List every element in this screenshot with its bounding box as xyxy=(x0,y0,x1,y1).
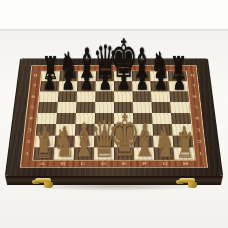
piece-black-pawn-f7: ♟ xyxy=(135,68,149,93)
square-a5 xyxy=(38,102,58,113)
square-g7: ♟ xyxy=(150,81,169,91)
square-b5 xyxy=(57,102,77,113)
piece-black-pawn-a7: ♟ xyxy=(42,68,56,93)
coord-rank-1: 1 xyxy=(22,148,33,160)
square-b7: ♟ xyxy=(59,81,78,91)
coord-rank-8: 8 xyxy=(31,71,41,81)
clasp-hook-icon xyxy=(188,182,197,188)
coord-rank-6: 6 xyxy=(190,91,200,102)
square-h5 xyxy=(170,102,190,113)
coord-rank-4: 4 xyxy=(192,113,202,124)
square-a1: ♜ xyxy=(33,148,54,160)
piece-white-king-e1: ♚ xyxy=(109,107,140,165)
chess-set-product-photo: ABCDEFGH ABCDEFGH 87654321 87654321 ♜♞♝♛… xyxy=(0,0,228,228)
coord-rank-8: 8 xyxy=(188,71,198,81)
piece-black-pawn-e7: ♟ xyxy=(116,68,130,93)
piece-white-rook-h1: ♜ xyxy=(175,128,194,163)
chess-board: ABCDEFGH ABCDEFGH 87654321 87654321 ♜♞♝♛… xyxy=(6,59,222,176)
coord-rank-2: 2 xyxy=(23,136,34,148)
square-g5 xyxy=(151,102,171,113)
brass-clasp-left xyxy=(32,177,54,189)
coord-rank-6: 6 xyxy=(28,91,38,102)
coord-rank-3: 3 xyxy=(24,124,34,136)
square-h1: ♜ xyxy=(174,148,195,160)
piece-black-pawn-d7: ♟ xyxy=(98,68,112,93)
coord-rank-4: 4 xyxy=(26,113,36,124)
clasp-hook-icon xyxy=(44,182,53,188)
square-d7: ♟ xyxy=(96,81,114,91)
square-e7: ♟ xyxy=(114,81,132,91)
square-c7: ♟ xyxy=(77,81,96,91)
piece-white-rook-a1: ♜ xyxy=(34,128,53,163)
piece-black-pawn-c7: ♟ xyxy=(79,68,93,93)
coord-rank-7: 7 xyxy=(29,81,39,91)
square-h7: ♟ xyxy=(169,81,188,91)
piece-black-pawn-b7: ♟ xyxy=(61,68,75,93)
brass-clasp-right xyxy=(176,177,198,189)
coord-rank-2: 2 xyxy=(194,136,205,148)
square-a7: ♟ xyxy=(40,81,59,91)
square-f7: ♟ xyxy=(132,81,151,91)
board-grid: ♜♞♝♛♚♝♞♜♟♟♟♟♟♟♟♟♟♟♟♟♟♟♟♟♜♞♝♛♚♝♞♜ xyxy=(32,71,195,161)
coord-rank-5: 5 xyxy=(191,102,201,113)
coord-rank-1: 1 xyxy=(196,148,207,160)
piece-black-pawn-h7: ♟ xyxy=(172,68,186,93)
coord-rank-5: 5 xyxy=(27,102,37,113)
coord-rank-7: 7 xyxy=(189,81,199,91)
square-e1: ♚ xyxy=(114,148,134,160)
piece-black-pawn-g7: ♟ xyxy=(153,68,167,93)
